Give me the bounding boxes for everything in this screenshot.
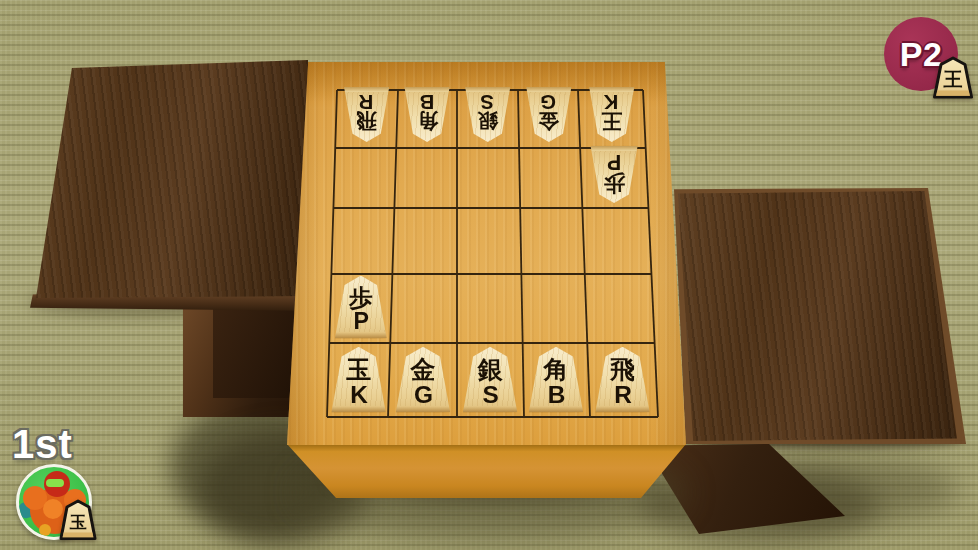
shogi-piece-gote-pawn[interactable]: 歩P (590, 146, 639, 204)
shogi-piece-sente-silver[interactable]: 銀S (462, 347, 519, 413)
piece-latin-letter: R (614, 383, 631, 406)
piece-latin-letter: K (350, 383, 367, 406)
shogi-piece-gote-bishop[interactable]: 角B (404, 87, 451, 142)
shogi-piece-gote-gold[interactable]: 金G (525, 87, 572, 142)
piece-latin-letter: S (482, 92, 494, 111)
rank-badge-label: 1st (12, 422, 73, 466)
shogi-piece-sente-gold[interactable]: 金G (395, 347, 452, 413)
piece-kanji: 銀 (477, 111, 498, 132)
piece-latin-letter: G (414, 383, 432, 406)
knee-left (39, 524, 51, 536)
piece-kanji: 金 (411, 357, 436, 382)
shogi-piece-sente-pawn[interactable]: 歩P (334, 276, 388, 339)
shogi-piece-sente-bishop[interactable]: 角B (528, 347, 585, 413)
piece-kanji: 王 (601, 111, 622, 132)
rank-badge: 1st (12, 422, 73, 467)
player2-piece-icon: 王 (931, 56, 975, 100)
player1-piece-kanji: 玉 (70, 512, 87, 532)
piece-kanji: 銀 (478, 357, 503, 382)
player2-piece-kanji: 王 (943, 68, 963, 90)
shogi-piece-sente-king[interactable]: 玉K (330, 347, 387, 413)
piece-latin-letter: S (482, 383, 497, 406)
shogi-piece-gote-king[interactable]: 王K (588, 87, 635, 142)
piece-kanji: 飛 (610, 357, 635, 382)
piece-latin-letter: P (608, 151, 621, 171)
piece-kanji: 角 (417, 111, 438, 132)
shogi-piece-gote-silver[interactable]: 銀S (464, 87, 511, 142)
visor-icon (46, 479, 64, 487)
piece-kanji: 金 (539, 111, 560, 132)
piece-latin-letter: B (420, 92, 434, 111)
game-screen: 飛R角B銀S金G王K歩P歩P玉K金G銀S角B飛R P2 王 1st (0, 0, 978, 550)
piece-latin-letter: B (548, 383, 565, 406)
piece-kanji: 歩 (349, 286, 373, 310)
pieces-layer: 飛R角B銀S金G王K歩P歩P玉K金G銀S角B飛R (0, 0, 978, 550)
piece-latin-letter: R (360, 92, 374, 111)
piece-latin-letter: G (542, 92, 557, 111)
piece-latin-letter: K (605, 92, 619, 111)
piece-kanji: 歩 (603, 171, 625, 193)
piece-kanji: 飛 (356, 111, 377, 132)
player1-piece-icon: 玉 (58, 499, 98, 541)
shogi-piece-sente-rook[interactable]: 飛R (594, 347, 651, 413)
piece-kanji: 玉 (346, 357, 371, 382)
shogi-piece-gote-rook[interactable]: 飛R (343, 87, 390, 142)
piece-kanji: 角 (544, 357, 569, 382)
piece-latin-letter: P (354, 310, 368, 332)
